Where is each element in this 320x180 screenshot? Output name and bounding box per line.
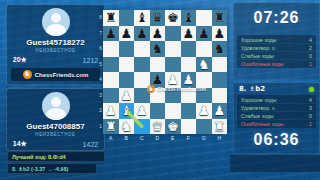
white-knight-g5[interactable]: ♞ <box>196 57 212 73</box>
white-pawn-b3[interactable]: ♟ <box>119 88 135 104</box>
stat-row: Удовлетвор. х.3 <box>237 103 316 111</box>
white-pawn-g2[interactable]: ♟ <box>196 103 212 119</box>
white-rook-a1[interactable]: ♜ <box>103 119 119 135</box>
stat-row: Слабые ходы0 <box>237 111 316 119</box>
rank-label-5: 5 <box>95 57 102 73</box>
white-rook-h1[interactable]: ♜ <box>212 119 228 135</box>
square-h8[interactable]: ♜ <box>212 10 228 26</box>
rank-label-4: 4 <box>95 72 102 88</box>
file-label-a: A <box>103 134 119 142</box>
stat-row: Ошибочные ходы1 <box>237 59 316 67</box>
opponent-level: 20★ <box>13 56 27 64</box>
rank-label-6: 6 <box>95 41 102 57</box>
file-label-g: G <box>196 134 212 142</box>
square-g6[interactable] <box>196 41 212 57</box>
square-e8[interactable]: ♚ <box>165 10 181 26</box>
white-queen-d1[interactable]: ♛ <box>150 119 166 135</box>
square-f6[interactable] <box>181 41 197 57</box>
file-label-d: D <box>150 134 166 142</box>
move-quality-dot <box>309 87 314 92</box>
square-c1[interactable] <box>134 119 150 135</box>
player-name: Guest47008857 <box>26 122 84 131</box>
stat-value: 2 <box>309 45 312 51</box>
square-g2[interactable]: ♟ <box>196 103 212 119</box>
square-b2[interactable]: ♝ <box>119 103 135 119</box>
file-label-h: H <box>212 134 228 142</box>
square-h2[interactable]: ♟ <box>212 103 228 119</box>
square-h6[interactable]: ♞ <box>212 41 228 57</box>
rank-labels: 87654321 <box>95 10 102 134</box>
stat-label: Хорошие ходы <box>241 37 277 43</box>
stat-value: 0 <box>309 53 312 59</box>
player-clock: 06:36 <box>234 131 319 149</box>
square-g5[interactable]: ♞ <box>196 57 212 73</box>
white-bishop-b2[interactable]: ♝ <box>119 103 135 119</box>
black-rook-a8[interactable]: ♜ <box>103 10 119 26</box>
stat-label: Удовлетвор. х. <box>241 105 276 111</box>
square-a4[interactable] <box>103 72 119 88</box>
black-bishop-f8[interactable]: ♝ <box>181 10 197 26</box>
player-card: Guest47008857 НЕИЗВЕСТНОЕ 14★ 1422 <box>6 88 105 151</box>
stat-row: Хорошие ходы4 <box>237 96 316 103</box>
square-c2[interactable]: ♟ <box>134 103 150 119</box>
white-pawn-a2[interactable]: ♟ <box>103 103 119 119</box>
black-queen-d8[interactable]: ♛ <box>150 10 166 26</box>
white-knight-b1[interactable]: ♞ <box>119 119 135 135</box>
player-rating: 1422 <box>83 141 99 148</box>
square-g8[interactable] <box>196 10 212 26</box>
file-label-b: B <box>119 134 135 142</box>
square-e1[interactable]: ♚ <box>165 119 181 135</box>
stat-label: Хорошие ходы <box>241 97 277 103</box>
black-rook-h8[interactable]: ♜ <box>212 10 228 26</box>
square-c7[interactable]: ♟ <box>134 26 150 42</box>
square-e5[interactable] <box>165 57 181 73</box>
opponent-name: Guest45718272 <box>26 38 84 47</box>
square-a2[interactable]: ♟ <box>103 103 119 119</box>
square-f7[interactable]: ♟ <box>181 26 197 42</box>
square-d5[interactable] <box>150 57 166 73</box>
opponent-avatar <box>42 8 70 36</box>
black-knight-d6[interactable]: ♞ <box>150 41 166 57</box>
white-king-e1[interactable]: ♚ <box>165 119 181 135</box>
avatar-torso-icon <box>46 108 66 120</box>
square-b4[interactable] <box>119 72 135 88</box>
black-pawn-d7[interactable]: ♟ <box>150 26 166 42</box>
square-f5[interactable] <box>181 57 197 73</box>
player-level: 14★ <box>13 140 27 148</box>
square-b1[interactable]: ♞ <box>119 119 135 135</box>
avatar-head-icon <box>51 13 61 23</box>
square-f2[interactable] <box>181 103 197 119</box>
file-label-e: E <box>165 134 181 142</box>
rank-label-1: 1 <box>95 119 102 135</box>
site-logo: ♞ ChessFriends.com <box>11 68 100 81</box>
square-g7[interactable]: ♟ <box>196 26 212 42</box>
avatar-head-icon <box>51 97 61 107</box>
stat-label: Ошибочные ходы <box>241 121 284 127</box>
square-a1[interactable]: ♜ <box>103 119 119 135</box>
knight-logo-icon: ♞ <box>23 70 32 79</box>
square-h4[interactable] <box>212 72 228 88</box>
rank-label-2: 2 <box>95 103 102 119</box>
square-a3[interactable] <box>103 88 119 104</box>
file-labels: ABCDEFGH <box>103 134 227 142</box>
black-pawn-c7[interactable]: ♟ <box>134 26 150 42</box>
square-f1[interactable] <box>181 119 197 135</box>
square-e6[interactable] <box>165 41 181 57</box>
stat-value: 4 <box>309 37 312 43</box>
watermark-text: ChessFriends.com <box>157 86 206 92</box>
bottom-strip <box>230 155 320 172</box>
square-a8[interactable]: ♜ <box>103 10 119 26</box>
black-pawn-h7[interactable]: ♟ <box>212 26 228 42</box>
stat-row: Удовлетвор. х.2 <box>237 43 316 51</box>
square-b6[interactable] <box>119 41 135 57</box>
stat-label: Слабые ходы <box>241 113 274 119</box>
black-pawn-g7[interactable]: ♟ <box>196 26 212 42</box>
square-h3[interactable] <box>212 88 228 104</box>
square-a7[interactable]: ♟ <box>103 26 119 42</box>
played-move-eval: 8. ♗b2 (-3.37 → -4.98) <box>7 163 97 174</box>
square-b8[interactable] <box>119 10 135 26</box>
opponent-clock: 07:26 <box>234 9 319 27</box>
rank-label-8: 8 <box>95 10 102 26</box>
stat-value: 1 <box>309 61 312 67</box>
square-h1[interactable]: ♜ <box>212 119 228 135</box>
square-h5[interactable] <box>212 57 228 73</box>
square-b5[interactable] <box>119 57 135 73</box>
square-b3[interactable]: ♟ <box>119 88 135 104</box>
black-bishop-c8[interactable]: ♝ <box>134 10 150 26</box>
stat-value: 3 <box>309 105 312 111</box>
file-label-f: F <box>181 134 197 142</box>
best-move-hint: Лучший ход: 8.Ф:d4 <box>7 151 105 162</box>
stat-value: 4 <box>309 97 312 103</box>
square-b7[interactable]: ♟ <box>119 26 135 42</box>
stat-value: 0 <box>309 113 312 119</box>
square-e2[interactable] <box>165 103 181 119</box>
player-panel: 8. ♗b2 Хорошие ходы4Удовлетвор. х.3Слабы… <box>233 82 320 154</box>
stat-value: 1 <box>309 121 312 127</box>
stat-row: Слабые ходы0 <box>237 51 316 59</box>
avatar-torso-icon <box>46 24 66 36</box>
square-c6[interactable] <box>134 41 150 57</box>
opponent-panel: 07:26 Хорошие ходы4Удовлетвор. х.2Слабые… <box>233 2 320 80</box>
site-logo-text: ChessFriends.com <box>35 72 89 78</box>
black-pawn-b7[interactable]: ♟ <box>119 26 135 42</box>
white-pawn-h2[interactable]: ♟ <box>212 103 228 119</box>
square-d1[interactable]: ♛ <box>150 119 166 135</box>
square-e7[interactable] <box>165 26 181 42</box>
rank-label-7: 7 <box>95 26 102 42</box>
square-h7[interactable]: ♟ <box>212 26 228 42</box>
square-d8[interactable]: ♛ <box>150 10 166 26</box>
knight-watermark-icon: ♞ <box>147 85 155 93</box>
square-c8[interactable]: ♝ <box>134 10 150 26</box>
square-d2[interactable] <box>150 103 166 119</box>
square-d6[interactable]: ♞ <box>150 41 166 57</box>
chess-board: ♜♝♛♚♝♜♟♟♟♟♟♟♟♞♞♞♟♟♟♟♟♝♟♟♟♜♞♛♚♜ <box>103 10 227 134</box>
opponent-move-stats: Хорошие ходы4Удовлетвор. х.2Слабые ходы0… <box>237 35 316 68</box>
square-f8[interactable]: ♝ <box>181 10 197 26</box>
player-avatar <box>42 92 70 120</box>
black-knight-h6[interactable]: ♞ <box>212 41 228 57</box>
rank-label-3: 3 <box>95 88 102 104</box>
square-a5[interactable] <box>103 57 119 73</box>
black-pawn-a7[interactable]: ♟ <box>103 26 119 42</box>
stat-row: Ошибочные ходы1 <box>237 119 316 127</box>
file-label-c: C <box>134 134 150 142</box>
opponent-status: НЕИЗВЕСТНОЕ <box>35 48 75 53</box>
black-pawn-f7[interactable]: ♟ <box>181 26 197 42</box>
stat-row: Хорошие ходы4 <box>237 36 316 43</box>
white-pawn-c2[interactable]: ♟ <box>134 103 150 119</box>
last-move-label: 8. ♗b2 <box>239 85 265 93</box>
game-screen: Guest45718272 НЕИЗВЕСТНОЕ 20★ 1212 ♞ Che… <box>0 0 320 180</box>
black-king-e8[interactable]: ♚ <box>165 10 181 26</box>
board-watermark: ♞ ChessFriends.com <box>147 85 206 93</box>
player-move-stats: Хорошие ходы4Удовлетвор. х.3Слабые ходы0… <box>237 95 316 128</box>
stat-label: Слабые ходы <box>241 53 274 59</box>
square-a6[interactable] <box>103 41 119 57</box>
stat-label: Удовлетвор. х. <box>241 45 276 51</box>
square-g1[interactable] <box>196 119 212 135</box>
stat-label: Ошибочные ходы <box>241 61 284 67</box>
player-status: НЕИЗВЕСТНОЕ <box>35 132 75 137</box>
square-d7[interactable]: ♟ <box>150 26 166 42</box>
square-c5[interactable] <box>134 57 150 73</box>
opponent-card: Guest45718272 НЕИЗВЕСТНОЕ 20★ 1212 ♞ Che… <box>6 4 105 85</box>
